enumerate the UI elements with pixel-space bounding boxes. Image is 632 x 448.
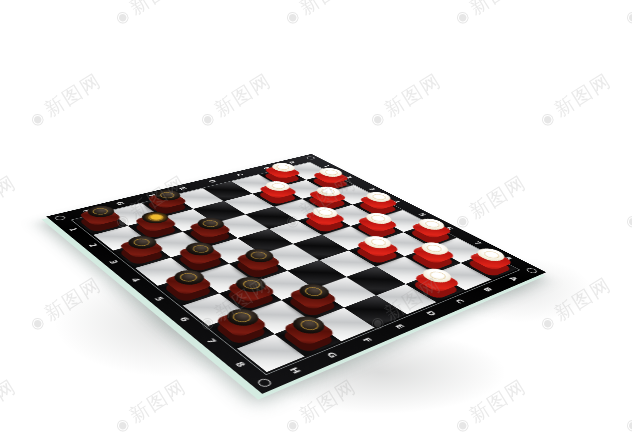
corner-mark-0 (305, 156, 316, 160)
piece-emblem-ring (230, 311, 255, 324)
label-number-bottom-3: 3 (107, 259, 120, 264)
watermark-text: ◉新图网 (0, 0, 22, 31)
label-letter-left-D: D (206, 179, 217, 183)
piece-dark-G8[interactable]: ⛃ (280, 323, 336, 353)
piece-dark-H7[interactable]: ⛃ (214, 315, 269, 345)
piece-emblem-ring (319, 188, 338, 196)
label-number-bottom-8: 8 (233, 360, 248, 368)
piece-white-C8[interactable]: ⛁ (411, 275, 461, 299)
watermark-logo-icon: ◉ (112, 5, 134, 28)
piece-emblem-ring (369, 193, 388, 201)
watermark-logo-icon: ◉ (282, 5, 304, 28)
label-letter-right-B: B (481, 287, 493, 293)
piece-dark-H5[interactable]: ⛃ (163, 277, 215, 303)
watermark-logo-icon: ◉ (537, 311, 559, 334)
watermark-logo-icon: ◉ (27, 107, 49, 130)
piece-emblem-ring (239, 279, 263, 291)
piece-emblem-ring (269, 182, 288, 189)
label-number-top-7: 7 (472, 241, 483, 246)
watermark-text: ◉新图网 (619, 169, 632, 234)
label-letter-right-F: F (360, 337, 374, 344)
piece-emblem-ring (424, 244, 446, 254)
corner-mark-3 (255, 377, 273, 388)
label-letter-left-E: E (177, 187, 188, 191)
watermark-logo-icon: ◉ (367, 107, 389, 130)
watermark-logo-icon: ◉ (282, 413, 304, 436)
watermark-logo-icon: ◉ (197, 107, 219, 130)
piece-emblem-ring (296, 318, 321, 332)
watermark-logo-icon: ◉ (537, 107, 559, 130)
label-letter-right-H: H (287, 366, 303, 375)
piece-emblem-ring (368, 214, 388, 223)
watermark-text: ◉新图网 (619, 0, 632, 31)
watermark-text: ◉新图网 (449, 373, 532, 438)
watermark-logo-icon: ◉ (622, 413, 632, 436)
watermark-text: ◉新图网 (279, 0, 362, 31)
watermark-text: ◉新图网 (279, 373, 362, 438)
label-letter-right-G: G (324, 351, 339, 359)
piece-emblem-ring (200, 219, 221, 228)
piece-emblem-ring (274, 164, 292, 171)
label-number-bottom-1: 1 (67, 227, 79, 232)
label-number-top-5: 5 (417, 213, 427, 217)
watermark-text: ◉新图网 (534, 67, 617, 132)
piece-emblem-ring (315, 208, 335, 216)
watermark-text: ◉新图网 (24, 271, 107, 336)
piece-emblem-ring (367, 237, 388, 247)
piece-emblem-ring (131, 237, 153, 247)
label-letter-right-C: C (454, 298, 467, 304)
watermark-logo-icon: ◉ (622, 5, 632, 28)
watermark-text: ◉新图网 (194, 67, 277, 132)
watermark-text: ◉新图网 (0, 169, 22, 234)
watermark-text: ◉新图网 (109, 373, 192, 438)
label-number-bottom-4: 4 (129, 277, 142, 283)
watermark-text: ◉新图网 (24, 67, 107, 132)
corner-mark-2 (53, 215, 67, 221)
piece-emblem-ring (322, 169, 340, 176)
label-letter-right-E: E (393, 323, 406, 330)
piece-emblem-ring (422, 220, 442, 229)
piece-emblem-ring (302, 286, 326, 298)
watermark-logo-icon: ◉ (452, 413, 474, 436)
label-letter-right-D: D (424, 310, 438, 317)
label-letter-left-C: C (235, 173, 245, 177)
watermark-text: ◉新图网 (0, 373, 22, 438)
piece-emblem-ring (145, 213, 166, 222)
watermark-text: ◉新图网 (449, 169, 532, 234)
label-number-bottom-6: 6 (178, 316, 192, 323)
piece-emblem-ring (481, 250, 503, 260)
watermark-logo-icon: ◉ (112, 413, 134, 436)
label-letter-right-A: A (507, 276, 519, 282)
checkers-board: 1122334455667788AABBCCDDEEFFGGHH⛃⛃⛃⛃⛃⛃⛃⛃… (46, 154, 546, 394)
corner-mark-1 (525, 267, 539, 274)
watermark-text: ◉新图网 (449, 0, 532, 31)
watermark-text: ◉新图网 (619, 373, 632, 438)
label-number-bottom-7: 7 (204, 337, 218, 344)
piece-emblem-ring (248, 250, 270, 260)
piece-emblem-ring (189, 244, 211, 254)
watermark-logo-icon: ◉ (27, 311, 49, 334)
piece-emblem-ring (426, 270, 449, 281)
watermark-logo-icon: ◉ (452, 5, 474, 28)
watermark-text: ◉新图网 (534, 271, 617, 336)
label-number-top-3: 3 (367, 187, 377, 191)
label-number-bottom-5: 5 (153, 296, 167, 302)
photo-canvas: 1122334455667788AABBCCDDEEFFGGHH⛃⛃⛃⛃⛃⛃⛃⛃… (0, 0, 632, 448)
piece-emblem-ring (90, 207, 111, 216)
watermark-text: ◉新图网 (364, 67, 447, 132)
piece-emblem-ring (158, 191, 178, 199)
watermark-logo-icon: ◉ (622, 209, 632, 232)
label-letter-left-G: G (114, 201, 126, 206)
piece-emblem-ring (177, 272, 201, 283)
label-number-bottom-2: 2 (87, 243, 100, 248)
watermark-text: ◉新图网 (109, 0, 192, 31)
